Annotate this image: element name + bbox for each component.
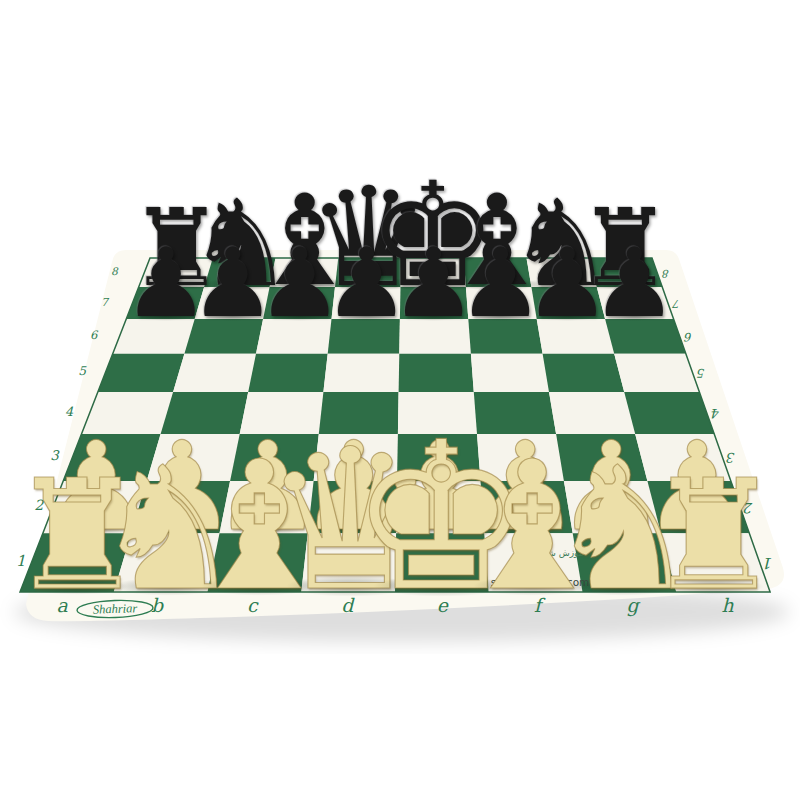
chessboard-photo: abcdefgh1122334455667788 Shahriar آموزش … [0,0,800,800]
piece-black-pawn-h7[interactable]: ♟ [587,236,683,332]
piece-white-rook-h1[interactable]: ♜ [638,460,790,612]
white-rook-glyph: ♜ [646,447,782,624]
pieces-layer: ♜♞♝♛♚♝♞♜♟♟♟♟♟♟♟♟♟♟♟♟♟♟♟♟♜♞♝♛♚♝♞♜ [0,0,800,800]
black-pawn-glyph: ♟ [591,227,677,339]
